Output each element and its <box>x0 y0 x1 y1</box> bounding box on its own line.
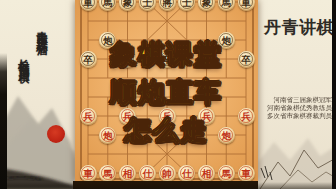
right-art-panel: 丹青讲棋 河南省三届象棋冠军 河南省象棋优秀教练员 多次省市象棋赛裁判员 <box>258 0 336 189</box>
ink-mountains-right <box>258 120 336 189</box>
right-edge-bar <box>332 0 336 189</box>
piece-red-仕[interactable]: 仕 <box>178 165 195 182</box>
piece-red-馬[interactable]: 馬 <box>218 165 235 182</box>
piece-black-車[interactable]: 車 <box>80 0 97 11</box>
couplet-line-1: 青山不厌三杯酒 <box>33 22 48 37</box>
piece-black-卒[interactable]: 卒 <box>159 51 176 68</box>
left-art-panel: 青山不厌三杯酒 长日惟消一局棋 <box>0 0 75 189</box>
credential-line: 河南省象棋优秀教练员 <box>260 104 332 112</box>
bottom-vignette <box>0 182 336 189</box>
piece-red-車[interactable]: 車 <box>80 165 97 182</box>
piece-red-兵[interactable]: 兵 <box>80 108 97 125</box>
credential-line: 多次省市象棋赛裁判员 <box>260 112 332 120</box>
piece-red-兵[interactable]: 兵 <box>198 108 215 125</box>
channel-credentials: 河南省三届象棋冠军 河南省象棋优秀教练员 多次省市象棋赛裁判员 <box>260 96 332 120</box>
piece-red-仕[interactable]: 仕 <box>139 165 156 182</box>
piece-red-兵[interactable]: 兵 <box>238 108 255 125</box>
xiangqi-board[interactable]: 車馬象士將士象馬車炮炮卒卒卒卒卒兵兵兵兵兵炮炮車馬相仕帥仕相馬車 <box>75 0 258 182</box>
piece-red-炮[interactable]: 炮 <box>218 127 235 144</box>
piece-black-卒[interactable]: 卒 <box>198 51 215 68</box>
piece-red-兵[interactable]: 兵 <box>119 108 136 125</box>
couplet-line-2: 长日惟消一局棋 <box>15 50 30 65</box>
credential-line: 河南省三届象棋冠军 <box>260 96 332 104</box>
piece-black-車[interactable]: 車 <box>238 0 255 11</box>
left-edge-bar <box>0 0 7 189</box>
piece-red-帥[interactable]: 帥 <box>159 165 176 182</box>
piece-black-卒[interactable]: 卒 <box>80 51 97 68</box>
piece-red-相[interactable]: 相 <box>198 165 215 182</box>
piece-red-兵[interactable]: 兵 <box>159 108 176 125</box>
piece-black-炮[interactable]: 炮 <box>218 32 235 49</box>
board-grid <box>75 0 258 182</box>
channel-title: 丹青讲棋 <box>264 16 336 39</box>
piece-red-炮[interactable]: 炮 <box>99 127 116 144</box>
piece-black-炮[interactable]: 炮 <box>99 32 116 49</box>
piece-red-相[interactable]: 相 <box>119 165 136 182</box>
piece-red-車[interactable]: 車 <box>238 165 255 182</box>
video-thumbnail: 青山不厌三杯酒 长日惟消一局棋 丹青讲棋 河南省三届象棋冠军 河南省象棋优秀教练… <box>0 0 336 189</box>
piece-black-卒[interactable]: 卒 <box>238 51 255 68</box>
piece-red-馬[interactable]: 馬 <box>99 165 116 182</box>
red-sun-painting <box>47 125 65 143</box>
piece-black-卒[interactable]: 卒 <box>119 51 136 68</box>
piece-black-將[interactable]: 將 <box>159 0 176 11</box>
